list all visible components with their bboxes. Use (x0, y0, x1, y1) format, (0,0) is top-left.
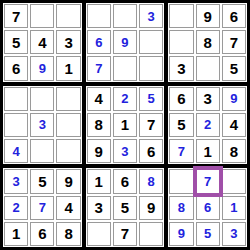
cell-r7c1[interactable]: 3 (4, 169, 28, 193)
cell-r7c7[interactable] (169, 169, 193, 193)
cell-r9c3[interactable]: 8 (56, 222, 80, 246)
cell-r6c5[interactable]: 3 (113, 139, 137, 163)
cell-r2c2[interactable]: 4 (30, 30, 54, 54)
box-2: 3697 (86, 3, 165, 82)
cell-r4c9[interactable]: 9 (222, 87, 246, 111)
cell-r2c3[interactable]: 3 (56, 30, 80, 54)
cell-r9c6[interactable] (139, 222, 163, 246)
cell-r6c7[interactable]: 7 (169, 139, 193, 163)
sudoku-board: 7543691369796873534425817936639524718359… (0, 0, 250, 250)
cell-r1c6[interactable]: 3 (139, 4, 163, 28)
cell-r9c9[interactable]: 3 (222, 222, 246, 246)
cell-r4c7[interactable]: 6 (169, 87, 193, 111)
cell-r8c3[interactable]: 4 (56, 196, 80, 220)
cell-r7c8[interactable]: 7 (193, 166, 223, 196)
cell-r3c4[interactable]: 7 (87, 56, 111, 80)
cell-r3c6[interactable] (139, 56, 163, 80)
cell-r5c5[interactable]: 1 (113, 113, 137, 137)
cell-r8c2[interactable]: 7 (30, 196, 54, 220)
cell-r2c8[interactable]: 8 (196, 30, 220, 54)
cell-r4c3[interactable] (56, 87, 80, 111)
cell-r8c1[interactable]: 2 (4, 196, 28, 220)
cell-r6c8[interactable]: 1 (196, 139, 220, 163)
cell-r4c1[interactable] (4, 87, 28, 111)
cell-r8c6[interactable]: 9 (139, 196, 163, 220)
cell-r1c5[interactable] (113, 4, 137, 28)
cell-r7c2[interactable]: 5 (30, 169, 54, 193)
box-8: 1683597 (86, 168, 165, 247)
cell-r9c7[interactable]: 9 (169, 222, 193, 246)
cell-r6c3[interactable] (56, 139, 80, 163)
cell-r5c3[interactable] (56, 113, 80, 137)
cell-r6c2[interactable] (30, 139, 54, 163)
cell-r1c2[interactable] (30, 4, 54, 28)
box-9: 7861953 (168, 168, 247, 247)
cell-r3c1[interactable]: 6 (4, 56, 28, 80)
cell-r6c9[interactable]: 8 (222, 139, 246, 163)
cell-r7c4[interactable]: 1 (87, 169, 111, 193)
box-6: 639524718 (168, 86, 247, 165)
cell-r1c3[interactable] (56, 4, 80, 28)
cell-r5c1[interactable] (4, 113, 28, 137)
cell-r4c2[interactable] (30, 87, 54, 111)
cell-r6c6[interactable]: 6 (139, 139, 163, 163)
cell-r2c9[interactable]: 7 (222, 30, 246, 54)
cell-r5c2[interactable]: 3 (30, 113, 54, 137)
cell-r3c8[interactable] (196, 56, 220, 80)
cell-r2c7[interactable] (169, 30, 193, 54)
cell-r8c9[interactable]: 1 (222, 196, 246, 220)
cell-r5c9[interactable]: 4 (222, 113, 246, 137)
cell-r6c1[interactable]: 4 (4, 139, 28, 163)
box-3: 968735 (168, 3, 247, 82)
cell-r8c8[interactable]: 6 (196, 196, 220, 220)
cell-r1c9[interactable]: 6 (222, 4, 246, 28)
cell-r2c4[interactable]: 6 (87, 30, 111, 54)
box-1: 7543691 (3, 3, 82, 82)
cell-r4c4[interactable]: 4 (87, 87, 111, 111)
box-7: 359274168 (3, 168, 82, 247)
cell-r4c6[interactable]: 5 (139, 87, 163, 111)
cell-r7c9[interactable] (222, 169, 246, 193)
cell-r9c5[interactable]: 7 (113, 222, 137, 246)
cell-r3c2[interactable]: 9 (30, 56, 54, 80)
cell-r5c8[interactable]: 2 (196, 113, 220, 137)
cell-r8c5[interactable]: 5 (113, 196, 137, 220)
cell-r5c7[interactable]: 5 (169, 113, 193, 137)
cell-r9c1[interactable]: 1 (4, 222, 28, 246)
cell-r9c2[interactable]: 6 (30, 222, 54, 246)
cell-r1c7[interactable] (169, 4, 193, 28)
cell-r3c5[interactable] (113, 56, 137, 80)
cell-r8c4[interactable]: 3 (87, 196, 111, 220)
cell-r7c5[interactable]: 6 (113, 169, 137, 193)
cell-r7c3[interactable]: 9 (56, 169, 80, 193)
cell-r8c7[interactable]: 8 (169, 196, 193, 220)
cell-r1c8[interactable]: 9 (196, 4, 220, 28)
cell-r5c4[interactable]: 8 (87, 113, 111, 137)
cell-r5c6[interactable]: 7 (139, 113, 163, 137)
cell-r3c7[interactable]: 3 (169, 56, 193, 80)
cell-r4c8[interactable]: 3 (196, 87, 220, 111)
cell-r9c8[interactable]: 5 (196, 222, 220, 246)
cell-r4c5[interactable]: 2 (113, 87, 137, 111)
cell-r2c1[interactable]: 5 (4, 30, 28, 54)
cell-r6c4[interactable]: 9 (87, 139, 111, 163)
cell-r2c5[interactable]: 9 (113, 30, 137, 54)
box-4: 34 (3, 86, 82, 165)
box-5: 425817936 (86, 86, 165, 165)
cell-r3c9[interactable]: 5 (222, 56, 246, 80)
cell-r2c6[interactable] (139, 30, 163, 54)
cell-r3c3[interactable]: 1 (56, 56, 80, 80)
cell-r9c4[interactable] (87, 222, 111, 246)
cell-r7c6[interactable]: 8 (139, 169, 163, 193)
cell-r1c1[interactable]: 7 (4, 4, 28, 28)
cell-r1c4[interactable] (87, 4, 111, 28)
